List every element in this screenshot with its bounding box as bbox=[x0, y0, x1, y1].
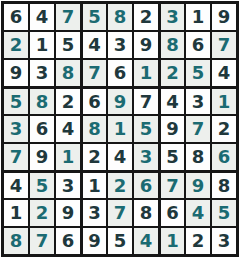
cell-r3c8[interactable]: 5 bbox=[186, 60, 210, 86]
cell-r2c7[interactable]: 8 bbox=[160, 32, 184, 58]
cell-r8c1[interactable]: 1 bbox=[4, 200, 28, 226]
cell-r2c5[interactable]: 3 bbox=[108, 32, 132, 58]
cell-r6c2[interactable]: 9 bbox=[30, 144, 54, 170]
cell-r1c3[interactable]: 7 bbox=[56, 4, 80, 30]
cell-r7c7[interactable]: 7 bbox=[160, 172, 184, 198]
cell-r4c2[interactable]: 8 bbox=[30, 88, 54, 114]
cell-r7c8[interactable]: 9 bbox=[186, 172, 210, 198]
cell-r4c6[interactable]: 7 bbox=[134, 88, 158, 114]
cell-r2c4[interactable]: 4 bbox=[82, 32, 106, 58]
cell-r5c7[interactable]: 9 bbox=[160, 116, 184, 142]
cell-r2c1[interactable]: 2 bbox=[4, 32, 28, 58]
cell-r3c1[interactable]: 9 bbox=[4, 60, 28, 86]
cell-r4c1[interactable]: 5 bbox=[4, 88, 28, 114]
cell-r4c8[interactable]: 3 bbox=[186, 88, 210, 114]
cell-r8c2[interactable]: 2 bbox=[30, 200, 54, 226]
cell-r7c4[interactable]: 1 bbox=[82, 172, 106, 198]
cell-r6c8[interactable]: 8 bbox=[186, 144, 210, 170]
cell-r8c9[interactable]: 5 bbox=[212, 200, 236, 226]
cell-r1c8[interactable]: 1 bbox=[186, 4, 210, 30]
sudoku-board: 6475823192154398679387612545826974313648… bbox=[1, 1, 239, 257]
cell-r4c9[interactable]: 1 bbox=[212, 88, 236, 114]
cell-r7c9[interactable]: 8 bbox=[212, 172, 236, 198]
cell-r9c6[interactable]: 4 bbox=[134, 228, 158, 254]
cell-r3c7[interactable]: 2 bbox=[160, 60, 184, 86]
cell-r5c8[interactable]: 7 bbox=[186, 116, 210, 142]
cell-r8c6[interactable]: 8 bbox=[134, 200, 158, 226]
cell-r5c5[interactable]: 1 bbox=[108, 116, 132, 142]
cell-r3c6[interactable]: 1 bbox=[134, 60, 158, 86]
cell-r5c4[interactable]: 8 bbox=[82, 116, 106, 142]
cell-r4c7[interactable]: 4 bbox=[160, 88, 184, 114]
cell-r1c4[interactable]: 5 bbox=[82, 4, 106, 30]
cell-r2c9[interactable]: 7 bbox=[212, 32, 236, 58]
cell-r1c5[interactable]: 8 bbox=[108, 4, 132, 30]
cell-r2c8[interactable]: 6 bbox=[186, 32, 210, 58]
cell-r3c2[interactable]: 3 bbox=[30, 60, 54, 86]
cell-r8c7[interactable]: 6 bbox=[160, 200, 184, 226]
cell-r9c4[interactable]: 9 bbox=[82, 228, 106, 254]
cell-r6c9[interactable]: 6 bbox=[212, 144, 236, 170]
cell-r6c6[interactable]: 3 bbox=[134, 144, 158, 170]
cell-r8c3[interactable]: 9 bbox=[56, 200, 80, 226]
cell-r1c2[interactable]: 4 bbox=[30, 4, 54, 30]
cell-r7c6[interactable]: 6 bbox=[134, 172, 158, 198]
cell-r6c1[interactable]: 7 bbox=[4, 144, 28, 170]
cell-r9c1[interactable]: 8 bbox=[4, 228, 28, 254]
cell-r7c2[interactable]: 5 bbox=[30, 172, 54, 198]
cell-r6c4[interactable]: 2 bbox=[82, 144, 106, 170]
cell-r4c4[interactable]: 6 bbox=[82, 88, 106, 114]
cell-r8c4[interactable]: 3 bbox=[82, 200, 106, 226]
cell-r9c2[interactable]: 7 bbox=[30, 228, 54, 254]
cell-r5c3[interactable]: 4 bbox=[56, 116, 80, 142]
cell-r9c7[interactable]: 1 bbox=[160, 228, 184, 254]
cell-r3c5[interactable]: 6 bbox=[108, 60, 132, 86]
cell-r9c3[interactable]: 6 bbox=[56, 228, 80, 254]
cell-r2c3[interactable]: 5 bbox=[56, 32, 80, 58]
cell-r4c5[interactable]: 9 bbox=[108, 88, 132, 114]
cell-r6c3[interactable]: 1 bbox=[56, 144, 80, 170]
cell-r5c2[interactable]: 6 bbox=[30, 116, 54, 142]
cell-r9c9[interactable]: 3 bbox=[212, 228, 236, 254]
cell-r8c5[interactable]: 7 bbox=[108, 200, 132, 226]
cell-r3c9[interactable]: 4 bbox=[212, 60, 236, 86]
cell-r1c7[interactable]: 3 bbox=[160, 4, 184, 30]
cell-r2c6[interactable]: 9 bbox=[134, 32, 158, 58]
cell-r7c3[interactable]: 3 bbox=[56, 172, 80, 198]
cell-r7c1[interactable]: 4 bbox=[4, 172, 28, 198]
cell-r9c5[interactable]: 5 bbox=[108, 228, 132, 254]
cell-r2c2[interactable]: 1 bbox=[30, 32, 54, 58]
cell-r5c9[interactable]: 2 bbox=[212, 116, 236, 142]
cell-r1c9[interactable]: 9 bbox=[212, 4, 236, 30]
cell-r3c4[interactable]: 7 bbox=[82, 60, 106, 86]
cell-r5c1[interactable]: 3 bbox=[4, 116, 28, 142]
cell-r6c7[interactable]: 5 bbox=[160, 144, 184, 170]
cell-r8c8[interactable]: 4 bbox=[186, 200, 210, 226]
cell-r1c6[interactable]: 2 bbox=[134, 4, 158, 30]
cell-r6c5[interactable]: 4 bbox=[108, 144, 132, 170]
cell-r3c3[interactable]: 8 bbox=[56, 60, 80, 86]
cell-r7c5[interactable]: 2 bbox=[108, 172, 132, 198]
cell-r1c1[interactable]: 6 bbox=[4, 4, 28, 30]
cell-r5c6[interactable]: 5 bbox=[134, 116, 158, 142]
cell-r9c8[interactable]: 2 bbox=[186, 228, 210, 254]
cell-r4c3[interactable]: 2 bbox=[56, 88, 80, 114]
